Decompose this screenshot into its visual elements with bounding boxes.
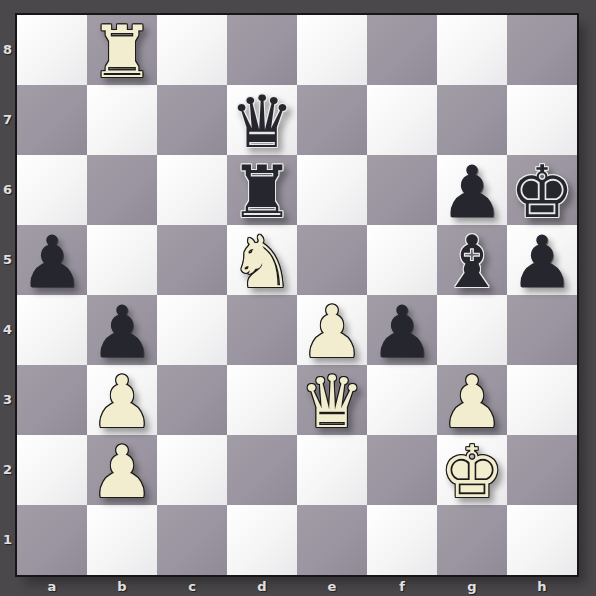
square-h5[interactable]: ♟: [507, 225, 577, 295]
black-pawn[interactable]: ♟: [510, 226, 575, 298]
white-pawn[interactable]: ♟: [300, 296, 365, 368]
square-c1[interactable]: [157, 505, 227, 575]
square-d4[interactable]: [227, 295, 297, 365]
square-d5[interactable]: ♞: [227, 225, 297, 295]
square-h1[interactable]: [507, 505, 577, 575]
square-b8[interactable]: ♜: [87, 15, 157, 85]
black-rook[interactable]: ♜: [230, 156, 295, 228]
square-a4[interactable]: [17, 295, 87, 365]
square-d1[interactable]: [227, 505, 297, 575]
square-a6[interactable]: [17, 155, 87, 225]
rank-label-5: 5: [0, 225, 15, 295]
file-label-c: c: [157, 579, 227, 596]
white-queen[interactable]: ♛: [300, 366, 365, 438]
white-rook[interactable]: ♜: [90, 16, 155, 88]
square-e3[interactable]: ♛: [297, 365, 367, 435]
square-f5[interactable]: [367, 225, 437, 295]
square-a2[interactable]: [17, 435, 87, 505]
square-g3[interactable]: ♟: [437, 365, 507, 435]
black-king[interactable]: ♚: [510, 156, 575, 228]
square-f1[interactable]: [367, 505, 437, 575]
black-pawn[interactable]: ♟: [90, 296, 155, 368]
square-e2[interactable]: [297, 435, 367, 505]
white-pawn[interactable]: ♟: [90, 366, 155, 438]
file-label-d: d: [227, 579, 297, 596]
square-d7[interactable]: ♛: [227, 85, 297, 155]
square-e7[interactable]: [297, 85, 367, 155]
rank-label-6: 6: [0, 155, 15, 225]
rank-label-1: 1: [0, 505, 15, 575]
file-label-b: b: [87, 579, 157, 596]
square-b1[interactable]: [87, 505, 157, 575]
square-f8[interactable]: [367, 15, 437, 85]
square-f3[interactable]: [367, 365, 437, 435]
black-pawn[interactable]: ♟: [440, 156, 505, 228]
square-e1[interactable]: [297, 505, 367, 575]
square-h7[interactable]: [507, 85, 577, 155]
square-h6[interactable]: ♚: [507, 155, 577, 225]
square-g2[interactable]: ♚: [437, 435, 507, 505]
rank-label-4: 4: [0, 295, 15, 365]
rank-label-7: 7: [0, 85, 15, 155]
square-f4[interactable]: ♟: [367, 295, 437, 365]
square-c3[interactable]: [157, 365, 227, 435]
rank-label-2: 2: [0, 435, 15, 505]
square-h2[interactable]: [507, 435, 577, 505]
file-label-a: a: [17, 579, 87, 596]
square-h4[interactable]: [507, 295, 577, 365]
square-a5[interactable]: ♟: [17, 225, 87, 295]
square-h8[interactable]: [507, 15, 577, 85]
square-e6[interactable]: [297, 155, 367, 225]
square-b4[interactable]: ♟: [87, 295, 157, 365]
square-f2[interactable]: [367, 435, 437, 505]
square-b2[interactable]: ♟: [87, 435, 157, 505]
square-b5[interactable]: [87, 225, 157, 295]
white-pawn[interactable]: ♟: [440, 366, 505, 438]
square-b3[interactable]: ♟: [87, 365, 157, 435]
file-label-f: f: [367, 579, 437, 596]
square-d2[interactable]: [227, 435, 297, 505]
rank-label-8: 8: [0, 15, 15, 85]
white-pawn[interactable]: ♟: [90, 436, 155, 508]
black-pawn[interactable]: ♟: [20, 226, 85, 298]
square-a1[interactable]: [17, 505, 87, 575]
square-g5[interactable]: ♝: [437, 225, 507, 295]
square-d8[interactable]: [227, 15, 297, 85]
square-a3[interactable]: [17, 365, 87, 435]
square-c6[interactable]: [157, 155, 227, 225]
square-b6[interactable]: [87, 155, 157, 225]
square-c7[interactable]: [157, 85, 227, 155]
square-g6[interactable]: ♟: [437, 155, 507, 225]
black-pawn[interactable]: ♟: [370, 296, 435, 368]
chess-board: ♜♛♜♟♚♟♞♝♟♟♟♟♟♛♟♟♚: [17, 15, 577, 575]
square-c2[interactable]: [157, 435, 227, 505]
file-label-g: g: [437, 579, 507, 596]
square-f7[interactable]: [367, 85, 437, 155]
square-g4[interactable]: [437, 295, 507, 365]
square-c5[interactable]: [157, 225, 227, 295]
square-g1[interactable]: [437, 505, 507, 575]
white-king[interactable]: ♚: [440, 436, 505, 508]
rank-label-3: 3: [0, 365, 15, 435]
square-c8[interactable]: [157, 15, 227, 85]
black-queen[interactable]: ♛: [230, 86, 295, 158]
square-c4[interactable]: [157, 295, 227, 365]
square-e4[interactable]: ♟: [297, 295, 367, 365]
square-a8[interactable]: [17, 15, 87, 85]
square-e5[interactable]: [297, 225, 367, 295]
board-frame: ♜♛♜♟♚♟♞♝♟♟♟♟♟♛♟♟♚ 87654321abcdefgh: [0, 0, 596, 596]
square-d3[interactable]: [227, 365, 297, 435]
square-e8[interactable]: [297, 15, 367, 85]
file-label-e: e: [297, 579, 367, 596]
white-knight[interactable]: ♞: [230, 226, 295, 298]
file-label-h: h: [507, 579, 577, 596]
square-d6[interactable]: ♜: [227, 155, 297, 225]
square-a7[interactable]: [17, 85, 87, 155]
square-b7[interactable]: [87, 85, 157, 155]
square-g7[interactable]: [437, 85, 507, 155]
square-f6[interactable]: [367, 155, 437, 225]
square-h3[interactable]: [507, 365, 577, 435]
black-bishop[interactable]: ♝: [440, 226, 505, 298]
square-g8[interactable]: [437, 15, 507, 85]
